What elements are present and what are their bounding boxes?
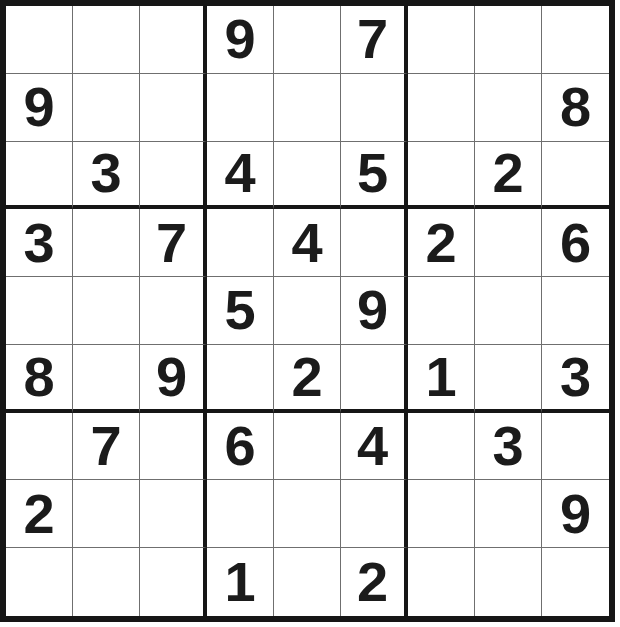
- cell-r7c4[interactable]: 6: [207, 413, 274, 481]
- cell-r6c2[interactable]: [73, 345, 140, 413]
- cell-r2c1[interactable]: 9: [6, 74, 73, 142]
- cell-r1c1[interactable]: [6, 6, 73, 74]
- cell-r7c9[interactable]: [542, 413, 609, 481]
- cell-r1c6[interactable]: 7: [341, 6, 408, 74]
- cell-r6c4[interactable]: [207, 345, 274, 413]
- given-digit: 5: [357, 145, 388, 201]
- given-digit: 7: [90, 418, 121, 474]
- given-digit: 2: [357, 554, 388, 610]
- given-digit: 1: [224, 554, 255, 610]
- cell-r1c7[interactable]: [408, 6, 475, 74]
- cell-r3c9[interactable]: [542, 142, 609, 210]
- cell-r1c8[interactable]: [475, 6, 542, 74]
- cell-r4c3[interactable]: 7: [140, 209, 207, 277]
- cell-r8c6[interactable]: [341, 480, 408, 548]
- cell-r3c4[interactable]: 4: [207, 142, 274, 210]
- cell-r7c6[interactable]: 4: [341, 413, 408, 481]
- cell-r4c2[interactable]: [73, 209, 140, 277]
- cell-r9c8[interactable]: [475, 548, 542, 616]
- cell-r4c7[interactable]: 2: [408, 209, 475, 277]
- cell-r5c3[interactable]: [140, 277, 207, 345]
- given-digit: 9: [560, 486, 591, 542]
- cell-r8c9[interactable]: 9: [542, 480, 609, 548]
- given-digit: 1: [425, 349, 456, 405]
- cell-r9c6[interactable]: 2: [341, 548, 408, 616]
- cell-r7c7[interactable]: [408, 413, 475, 481]
- cell-r1c3[interactable]: [140, 6, 207, 74]
- cell-r3c5[interactable]: [274, 142, 341, 210]
- given-digit: 3: [90, 145, 121, 201]
- cell-r6c1[interactable]: 8: [6, 345, 73, 413]
- cell-r4c1[interactable]: 3: [6, 209, 73, 277]
- cell-r9c4[interactable]: 1: [207, 548, 274, 616]
- cell-r5c4[interactable]: 5: [207, 277, 274, 345]
- cell-r2c4[interactable]: [207, 74, 274, 142]
- cell-r7c1[interactable]: [6, 413, 73, 481]
- cell-r4c5[interactable]: 4: [274, 209, 341, 277]
- given-digit: 6: [224, 418, 255, 474]
- given-digit: 6: [560, 215, 591, 271]
- cell-r6c9[interactable]: 3: [542, 345, 609, 413]
- cell-r7c8[interactable]: 3: [475, 413, 542, 481]
- cell-r5c1[interactable]: [6, 277, 73, 345]
- cell-r7c3[interactable]: [140, 413, 207, 481]
- given-digit: 9: [224, 11, 255, 67]
- given-digit: 9: [156, 349, 187, 405]
- cell-r2c9[interactable]: 8: [542, 74, 609, 142]
- cell-r1c2[interactable]: [73, 6, 140, 74]
- cell-r2c3[interactable]: [140, 74, 207, 142]
- given-digit: 3: [492, 418, 523, 474]
- cell-r2c7[interactable]: [408, 74, 475, 142]
- cell-r5c7[interactable]: [408, 277, 475, 345]
- cell-r9c9[interactable]: [542, 548, 609, 616]
- given-digit: 3: [23, 215, 54, 271]
- given-digit: 9: [23, 79, 54, 135]
- cell-r4c9[interactable]: 6: [542, 209, 609, 277]
- cell-r6c3[interactable]: 9: [140, 345, 207, 413]
- cell-r5c6[interactable]: 9: [341, 277, 408, 345]
- cell-r3c2[interactable]: 3: [73, 142, 140, 210]
- cell-r6c6[interactable]: [341, 345, 408, 413]
- cell-r2c5[interactable]: [274, 74, 341, 142]
- cell-r9c7[interactable]: [408, 548, 475, 616]
- cell-r1c9[interactable]: [542, 6, 609, 74]
- cell-r3c8[interactable]: 2: [475, 142, 542, 210]
- given-digit: 3: [560, 349, 591, 405]
- cell-r8c4[interactable]: [207, 480, 274, 548]
- cell-r3c3[interactable]: [140, 142, 207, 210]
- cell-r9c1[interactable]: [6, 548, 73, 616]
- cell-r1c5[interactable]: [274, 6, 341, 74]
- given-digit: 4: [357, 418, 388, 474]
- given-digit: 4: [291, 215, 322, 271]
- cell-r8c5[interactable]: [274, 480, 341, 548]
- cell-r2c6[interactable]: [341, 74, 408, 142]
- cell-r5c2[interactable]: [73, 277, 140, 345]
- cell-r2c8[interactable]: [475, 74, 542, 142]
- cell-r4c6[interactable]: [341, 209, 408, 277]
- given-digit: 4: [224, 145, 255, 201]
- given-digit: 8: [560, 79, 591, 135]
- cell-r3c1[interactable]: [6, 142, 73, 210]
- cell-r8c3[interactable]: [140, 480, 207, 548]
- given-digit: 7: [357, 11, 388, 67]
- cell-r8c1[interactable]: 2: [6, 480, 73, 548]
- sudoku-board: 9798345237426598921376432912: [0, 0, 615, 622]
- given-digit: 2: [425, 215, 456, 271]
- cell-r4c8[interactable]: [475, 209, 542, 277]
- cell-r1c4[interactable]: 9: [207, 6, 274, 74]
- given-digit: 9: [357, 282, 388, 338]
- cell-r5c5[interactable]: [274, 277, 341, 345]
- cell-r6c7[interactable]: 1: [408, 345, 475, 413]
- cell-r8c8[interactable]: [475, 480, 542, 548]
- cell-r8c7[interactable]: [408, 480, 475, 548]
- given-digit: 5: [224, 282, 255, 338]
- given-digit: 2: [492, 145, 523, 201]
- cell-r8c2[interactable]: [73, 480, 140, 548]
- cell-r7c5[interactable]: [274, 413, 341, 481]
- given-digit: 2: [291, 349, 322, 405]
- cell-r4c4[interactable]: [207, 209, 274, 277]
- cell-r7c2[interactable]: 7: [73, 413, 140, 481]
- cell-r5c8[interactable]: [475, 277, 542, 345]
- given-digit: 7: [156, 215, 187, 271]
- cell-r9c2[interactable]: [73, 548, 140, 616]
- cell-r3c6[interactable]: 5: [341, 142, 408, 210]
- given-digit: 8: [23, 349, 54, 405]
- cell-r6c5[interactable]: 2: [274, 345, 341, 413]
- cell-r9c5[interactable]: [274, 548, 341, 616]
- cell-r6c8[interactable]: [475, 345, 542, 413]
- cell-r2c2[interactable]: [73, 74, 140, 142]
- cell-r3c7[interactable]: [408, 142, 475, 210]
- cell-r5c9[interactable]: [542, 277, 609, 345]
- cell-r9c3[interactable]: [140, 548, 207, 616]
- given-digit: 2: [23, 486, 54, 542]
